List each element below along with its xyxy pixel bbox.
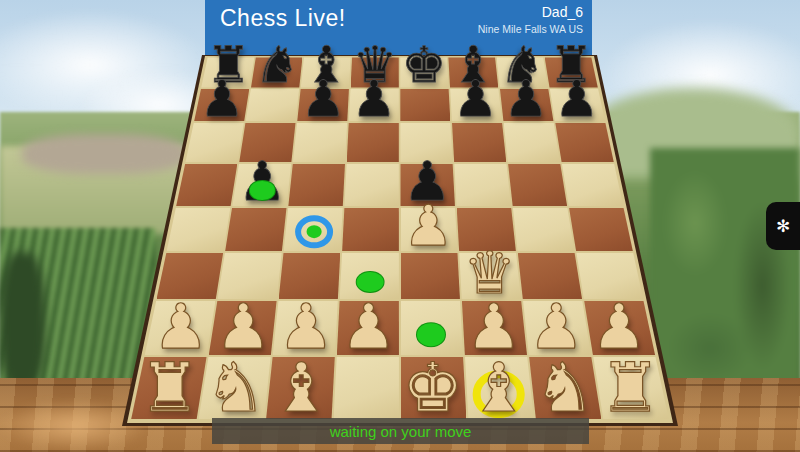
square-d4[interactable] <box>342 208 399 252</box>
legal-move-dot-e2[interactable] <box>416 322 446 348</box>
piece-black-pawn-g7[interactable]: ♟ <box>504 74 549 124</box>
piece-white-knight-b1[interactable]: ♞ <box>205 354 266 422</box>
square-h4[interactable] <box>569 208 633 252</box>
square-h5[interactable] <box>562 164 623 207</box>
square-g5[interactable] <box>508 164 567 207</box>
square-h6[interactable] <box>555 123 614 163</box>
suggested-move-ring-c4[interactable] <box>295 215 333 248</box>
piece-white-pawn-d2[interactable]: ♟ <box>341 296 397 358</box>
piece-white-pawn-e4[interactable]: ♟ <box>403 198 453 254</box>
suggested-move-dot-c4 <box>306 226 321 238</box>
piece-white-bishop-f1[interactable]: ♝ <box>468 354 529 422</box>
piece-black-pawn-c7[interactable]: ♟ <box>301 74 346 124</box>
square-d6[interactable] <box>347 123 399 163</box>
square-f5[interactable] <box>454 164 511 207</box>
square-c6[interactable] <box>293 123 347 163</box>
piece-white-rook-h1[interactable]: ♜ <box>600 354 661 422</box>
square-d5[interactable] <box>344 164 398 207</box>
square-a5[interactable] <box>176 164 237 207</box>
status-text: waiting on your move <box>330 423 472 440</box>
square-g4[interactable] <box>513 208 574 252</box>
piece-black-knight-b8[interactable]: ♞ <box>255 40 300 90</box>
square-c5[interactable] <box>288 164 345 207</box>
square-b4[interactable] <box>225 208 286 252</box>
chess-board: ♜♞♝♛♚♝♞♜♟♟♟♟♟♟♟♟♟♛♟♟♟♟♟♟♟♜♞♝♚♝♞♜ <box>0 0 800 452</box>
piece-black-pawn-h7[interactable]: ♟ <box>555 74 600 124</box>
piece-black-king-e8[interactable]: ♚ <box>402 40 447 90</box>
asterisk-icon: ✻ <box>776 216 790 236</box>
piece-black-pawn-a7[interactable]: ♟ <box>200 74 245 124</box>
piece-white-king-e1[interactable]: ♚ <box>402 354 463 422</box>
square-f6[interactable] <box>452 123 506 163</box>
square-a4[interactable] <box>167 208 231 252</box>
square-d1[interactable] <box>334 357 399 419</box>
legal-move-dot-d3[interactable] <box>356 271 385 293</box>
piece-white-rook-a1[interactable]: ♜ <box>139 354 200 422</box>
piece-black-pawn-f7[interactable]: ♟ <box>453 74 498 124</box>
square-g6[interactable] <box>504 123 560 163</box>
app-window: Chess Live! Dad_6 Nine Mile Falls WA US … <box>0 0 800 452</box>
side-drawer-tab[interactable]: ✻ <box>766 202 800 250</box>
piece-black-pawn-d7[interactable]: ♟ <box>352 74 397 124</box>
status-bar: waiting on your move <box>212 418 589 444</box>
square-a6[interactable] <box>185 123 243 163</box>
square-e3[interactable] <box>401 253 460 300</box>
piece-white-bishop-c1[interactable]: ♝ <box>271 354 332 422</box>
knight-glyph: ♞ <box>255 40 300 90</box>
piece-white-knight-g1[interactable]: ♞ <box>534 354 595 422</box>
